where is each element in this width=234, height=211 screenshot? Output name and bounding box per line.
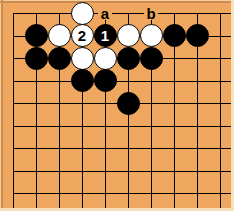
point-label-b: b	[144, 6, 158, 20]
board-frame-bottom	[0, 208, 234, 211]
white-stone-move-2: 2	[71, 24, 94, 47]
black-stone	[163, 24, 186, 47]
white-stone	[117, 24, 140, 47]
black-stone	[48, 47, 71, 70]
black-stone	[94, 69, 117, 92]
black-stone	[117, 92, 140, 115]
grid-horizontal-line	[13, 193, 231, 194]
grid-vertical-line	[13, 13, 14, 208]
board-frame-right	[231, 0, 234, 211]
black-stone	[186, 24, 209, 47]
black-stone	[71, 69, 94, 92]
grid-horizontal-line	[13, 13, 231, 14]
white-stone	[71, 2, 94, 25]
grid-horizontal-line	[13, 148, 231, 149]
black-stone	[25, 24, 48, 47]
grid-vertical-line	[220, 13, 221, 208]
grid-horizontal-line	[13, 126, 231, 127]
white-stone	[140, 24, 163, 47]
white-stone	[71, 47, 94, 70]
point-label-a: a	[98, 6, 112, 20]
white-stone	[94, 47, 117, 70]
black-stone	[117, 47, 140, 70]
black-stone-move-1: 1	[94, 24, 117, 47]
black-stone	[25, 47, 48, 70]
white-stone	[48, 24, 71, 47]
go-board: 21ab	[0, 0, 234, 211]
black-stone	[140, 47, 163, 70]
grid-horizontal-line	[13, 171, 231, 172]
board-frame-top	[0, 1, 234, 3]
board-frame-left	[1, 0, 3, 211]
grid-horizontal-line	[13, 81, 231, 82]
